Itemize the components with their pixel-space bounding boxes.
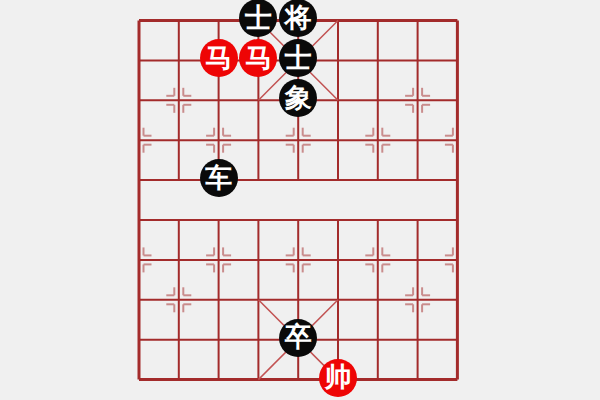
piece-black-soldier[interactable]: 卒 [279,319,317,357]
board-intersections: 士将马马士象车卒帅 [119,1,477,400]
piece-black-chariot[interactable]: 车 [200,159,238,197]
intersection: 帅 [318,360,358,400]
intersection: 士 [238,1,278,41]
intersection: 马 [199,40,239,80]
piece-red-horse[interactable]: 马 [239,39,277,77]
intersection: 将 [278,1,318,41]
piece-black-advisor[interactable]: 士 [279,39,317,77]
piece-red-general[interactable]: 帅 [319,359,357,397]
intersection: 车 [199,160,239,200]
intersection: 象 [278,80,318,120]
piece-red-horse[interactable]: 马 [200,39,238,77]
intersection: 马 [238,40,278,80]
xiangqi-board: 士将马马士象车卒帅 [0,0,600,400]
piece-black-elephant[interactable]: 象 [279,79,317,117]
piece-black-general[interactable]: 将 [279,0,317,37]
piece-black-advisor[interactable]: 士 [239,0,277,37]
intersection: 士 [278,40,318,80]
intersection: 卒 [278,320,318,360]
